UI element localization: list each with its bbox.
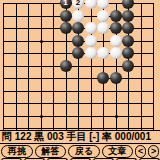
grid-line-v — [141, 3, 142, 130]
stone-black[interactable]: 1 — [60, 0, 72, 9]
move-number-label: 2 — [76, 0, 80, 9]
stone-black[interactable] — [122, 60, 134, 72]
button-top-fragment — [93, 158, 114, 160]
star-point — [40, 115, 43, 118]
stone-white[interactable]: 2 — [72, 0, 84, 9]
stone-white[interactable] — [97, 22, 109, 34]
grid-line-h — [3, 103, 154, 104]
button-top-fragment — [24, 158, 45, 160]
stone-white[interactable] — [110, 35, 122, 47]
stone-black[interactable] — [97, 72, 109, 84]
grid-line-v — [53, 3, 54, 130]
button-top-fragment — [47, 158, 68, 160]
stone-white[interactable] — [97, 47, 109, 59]
stone-white[interactable] — [85, 47, 97, 59]
stone-white[interactable] — [85, 35, 97, 47]
stone-black[interactable] — [60, 22, 72, 34]
stone-white[interactable] — [85, 0, 97, 9]
button-bar: 再挑 解答 戻る 文章 < > — [0, 144, 160, 158]
stone-black[interactable] — [60, 10, 72, 22]
stone-black[interactable] — [122, 10, 134, 22]
stone-white[interactable] — [97, 10, 109, 22]
star-point — [40, 40, 43, 43]
status-text: 問 122 黒 003 手目 [-] 率 000/001 — [2, 131, 151, 142]
grid-line-h — [3, 91, 154, 92]
prev-button[interactable]: < — [135, 145, 146, 158]
stone-black[interactable] — [122, 22, 134, 34]
grid-line-v — [28, 3, 29, 130]
text-button[interactable]: 文章 — [102, 145, 134, 158]
stone-black[interactable] — [60, 60, 72, 72]
stone-black[interactable] — [110, 72, 122, 84]
button-top-fragment — [116, 158, 137, 160]
hidden-button-row — [0, 158, 160, 160]
grid-line-v — [3, 3, 4, 130]
answer-button[interactable]: 解答 — [35, 145, 67, 158]
stone-black[interactable] — [110, 10, 122, 22]
stone-black[interactable] — [122, 47, 134, 59]
status-bar: 問 122 黒 003 手目 [-] 率 000/001 — [0, 130, 160, 144]
grid-line-h — [3, 116, 154, 117]
star-point — [115, 115, 118, 118]
move-number-label: 1 — [63, 0, 67, 9]
grid-line-v — [16, 3, 17, 130]
stone-white[interactable] — [97, 0, 109, 9]
button-top-fragment — [70, 158, 91, 160]
grid-line-h — [3, 78, 154, 79]
stone-black[interactable] — [72, 35, 84, 47]
button-top-fragment — [139, 158, 160, 160]
stone-black[interactable] — [122, 0, 134, 9]
stone-white[interactable] — [85, 22, 97, 34]
grid-line-v — [153, 3, 154, 130]
retry-button[interactable]: 再挑 — [1, 145, 33, 158]
next-button[interactable]: > — [148, 145, 159, 158]
go-board[interactable]: 12 — [0, 0, 160, 130]
button-top-fragment — [1, 158, 22, 160]
stone-black[interactable] — [72, 22, 84, 34]
stone-white[interactable] — [110, 47, 122, 59]
grid-line-h — [3, 128, 154, 129]
stone-white[interactable] — [72, 10, 84, 22]
back-button[interactable]: 戻る — [68, 145, 100, 158]
stone-black[interactable] — [122, 35, 134, 47]
grid-line-v — [41, 3, 42, 130]
stone-black[interactable] — [110, 22, 122, 34]
stone-black[interactable] — [72, 47, 84, 59]
